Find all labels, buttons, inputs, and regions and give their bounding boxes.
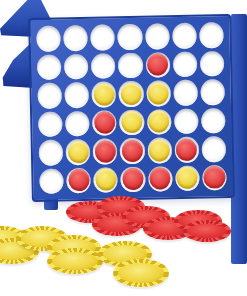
- board-cell-r1c1[interactable]: [36, 25, 61, 51]
- loose-red-disc[interactable]: [183, 220, 231, 242]
- board-cell-r5c1[interactable]: [39, 139, 64, 165]
- board-cell-r2c5[interactable]: ●: [145, 52, 170, 78]
- board-cell-r5c6[interactable]: ●: [174, 137, 199, 163]
- board-cell-r3c5[interactable]: ●: [146, 80, 171, 106]
- board-cell-r6c1[interactable]: [39, 168, 64, 194]
- red-disc: ●: [176, 138, 198, 161]
- board-cell-r5c5[interactable]: ●: [147, 137, 172, 163]
- connect-four-product-photo: ●●●●●●●●●●●●●●●●●●: [0, 0, 247, 296]
- board-cell-r3c4[interactable]: ●: [119, 81, 144, 107]
- board-cell-r2c7[interactable]: [200, 51, 225, 77]
- board-cell-r5c4[interactable]: ●: [120, 138, 145, 164]
- red-disc: ●: [94, 140, 116, 163]
- board-cell-r4c2[interactable]: [65, 110, 90, 136]
- board-cell-r4c4[interactable]: ●: [119, 109, 144, 135]
- board-cell-r2c3[interactable]: [91, 53, 116, 79]
- red-disc: ●: [68, 169, 90, 192]
- yellow-disc: ●: [147, 82, 169, 105]
- loose-yellow-disc[interactable]: [113, 259, 169, 287]
- loose-disc-face: [52, 252, 98, 270]
- board-cell-r3c3[interactable]: ●: [92, 81, 117, 107]
- yellow-disc: ●: [148, 110, 170, 133]
- board-cell-r6c2[interactable]: ●: [66, 167, 91, 193]
- board-cell-r6c6[interactable]: ●: [175, 165, 200, 191]
- board-cell-r1c4[interactable]: [118, 24, 143, 50]
- board-cell-r1c3[interactable]: [91, 24, 116, 50]
- board-cell-r2c1[interactable]: [37, 54, 62, 80]
- board-cell-r1c5[interactable]: [145, 23, 170, 49]
- board-cell-r5c3[interactable]: ●: [93, 138, 118, 164]
- yellow-disc: ●: [176, 167, 198, 190]
- red-disc: ●: [204, 166, 226, 189]
- board-cell-r1c2[interactable]: [63, 25, 88, 51]
- connect-four-board: ●●●●●●●●●●●●●●●●●●: [28, 14, 235, 202]
- yellow-disc: ●: [95, 168, 117, 191]
- board-cell-r2c2[interactable]: [64, 53, 89, 79]
- red-disc: ●: [122, 139, 144, 162]
- board-cell-r6c3[interactable]: ●: [94, 167, 119, 193]
- board-cell-r5c7[interactable]: [201, 136, 226, 162]
- red-disc: ●: [122, 168, 144, 191]
- board-cell-r4c1[interactable]: [38, 111, 63, 137]
- red-disc: ●: [94, 111, 116, 134]
- board-cell-r5c2[interactable]: ●: [66, 139, 91, 165]
- board-cell-r1c7[interactable]: [199, 22, 224, 48]
- board-cell-r3c2[interactable]: [65, 82, 90, 108]
- loose-disc-face: [187, 224, 226, 239]
- board-cell-r4c7[interactable]: [201, 108, 226, 134]
- yellow-disc: ●: [93, 83, 115, 106]
- red-disc: ●: [147, 53, 169, 76]
- yellow-disc: ●: [120, 82, 142, 105]
- board-cell-r4c3[interactable]: ●: [92, 110, 117, 136]
- board-cell-r4c5[interactable]: ●: [147, 109, 172, 135]
- yellow-disc: ●: [67, 140, 89, 163]
- board-cell-r3c1[interactable]: [37, 82, 62, 108]
- board-cell-r6c5[interactable]: ●: [148, 166, 173, 192]
- red-disc: ●: [149, 167, 171, 190]
- board-cell-r2c6[interactable]: [173, 51, 198, 77]
- board-cell-r1c6[interactable]: [172, 23, 197, 49]
- yellow-disc: ●: [121, 111, 143, 134]
- loose-yellow-disc[interactable]: [47, 248, 103, 274]
- board-cell-r6c7[interactable]: ●: [202, 165, 227, 191]
- board-cell-r3c7[interactable]: [200, 79, 225, 105]
- board-cell-r2c4[interactable]: [118, 52, 143, 78]
- yellow-disc: ●: [149, 139, 171, 162]
- board-cell-r4c6[interactable]: [174, 108, 199, 134]
- loose-disc-face: [118, 263, 164, 282]
- board-cell-r6c4[interactable]: ●: [121, 166, 146, 192]
- board-cell-r3c6[interactable]: [173, 80, 198, 106]
